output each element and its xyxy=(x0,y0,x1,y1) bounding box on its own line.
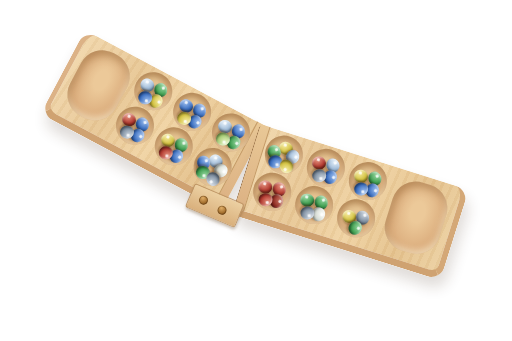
hinge-pin-icon xyxy=(216,204,228,216)
hinge-pin-icon xyxy=(198,194,210,206)
right-store[interactable] xyxy=(379,175,454,260)
mancala-board-photo xyxy=(0,0,512,341)
pit-right-front-2[interactable] xyxy=(290,181,338,229)
pit-right-back-2[interactable] xyxy=(302,144,350,192)
pit-right-back-3[interactable] xyxy=(344,157,392,205)
pit-right-front-1[interactable] xyxy=(248,168,296,216)
board-half-right xyxy=(231,124,468,280)
board-half-left xyxy=(40,30,266,210)
